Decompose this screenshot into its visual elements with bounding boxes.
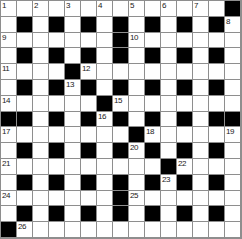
cell-r9c2[interactable]	[17, 127, 33, 143]
block-cell-r10c10	[145, 143, 161, 159]
cell-r1c6[interactable]	[81, 1, 97, 17]
clue-number-5: 5	[130, 1, 134, 10]
cell-r7c3[interactable]	[33, 96, 49, 112]
cell-r12c13[interactable]	[193, 175, 209, 191]
clue-number-6: 6	[162, 1, 166, 10]
cell-r15c9[interactable]	[129, 222, 145, 238]
cell-r6c9[interactable]	[129, 80, 145, 96]
cell-r9c6[interactable]	[81, 127, 97, 143]
cell-r8c7[interactable]: 16	[97, 112, 113, 128]
block-cell-r10c12	[177, 143, 193, 159]
block-cell-r15c1	[1, 222, 17, 238]
cell-r9c4[interactable]	[49, 127, 65, 143]
cell-r5c1[interactable]: 11	[1, 64, 17, 80]
block-cell-r2c8	[113, 17, 129, 33]
cell-r14c5[interactable]	[65, 206, 81, 222]
block-cell-r4c14	[209, 48, 225, 64]
cell-r11c14[interactable]	[209, 159, 225, 175]
block-cell-r3c8	[113, 33, 129, 49]
block-cell-r12c8	[113, 175, 129, 191]
cell-r3c12[interactable]	[177, 33, 193, 49]
block-cell-r12c10	[145, 175, 161, 191]
cell-r2c1[interactable]	[1, 17, 17, 33]
cell-r13c15[interactable]	[225, 191, 241, 207]
cell-r5c3[interactable]	[33, 64, 49, 80]
cell-r13c13[interactable]	[193, 191, 209, 207]
cell-r2c13[interactable]	[193, 17, 209, 33]
cell-r5c10[interactable]	[145, 64, 161, 80]
cell-r8c11[interactable]	[161, 112, 177, 128]
cell-r9c15[interactable]: 19	[225, 127, 241, 143]
cell-r11c12[interactable]: 22	[177, 159, 193, 175]
cell-r7c9[interactable]	[129, 96, 145, 112]
cell-r10c9[interactable]: 20	[129, 143, 145, 159]
cell-r10c1[interactable]	[1, 143, 17, 159]
cell-r3c15[interactable]	[225, 33, 241, 49]
cell-r5c12[interactable]	[177, 64, 193, 80]
cell-r12c7[interactable]	[97, 175, 113, 191]
cell-r6c1[interactable]	[1, 80, 17, 96]
block-cell-r8c1	[1, 112, 17, 128]
clue-number-13: 13	[66, 80, 74, 89]
cell-r15c6[interactable]	[81, 222, 97, 238]
cell-r1c5[interactable]: 3	[65, 1, 81, 17]
clue-number-1: 1	[2, 1, 6, 10]
cell-r1c13[interactable]: 7	[193, 1, 209, 17]
cell-r5c9[interactable]	[129, 64, 145, 80]
cell-r6c11[interactable]	[161, 80, 177, 96]
clue-number-21: 21	[2, 159, 10, 168]
cell-r1c8[interactable]	[113, 1, 129, 17]
cell-r5c13[interactable]	[193, 64, 209, 80]
cell-r11c1[interactable]: 21	[1, 159, 17, 175]
cell-r11c6[interactable]	[81, 159, 97, 175]
cell-r13c6[interactable]	[81, 191, 97, 207]
cell-r3c6[interactable]	[81, 33, 97, 49]
cell-r1c12[interactable]	[177, 1, 193, 17]
block-cell-r6c2	[17, 80, 33, 96]
cell-r6c5[interactable]: 13	[65, 80, 81, 96]
cell-r13c14[interactable]	[209, 191, 225, 207]
cell-r13c1[interactable]: 24	[1, 191, 17, 207]
block-cell-r6c14	[209, 80, 225, 96]
cell-r15c7[interactable]	[97, 222, 113, 238]
cell-r15c3[interactable]	[33, 222, 49, 238]
cell-r4c9[interactable]	[129, 48, 145, 64]
cell-r11c4[interactable]	[49, 159, 65, 175]
cell-r13c4[interactable]	[49, 191, 65, 207]
cell-r8c3[interactable]	[33, 112, 49, 128]
cell-r13c3[interactable]	[33, 191, 49, 207]
cell-r5c6[interactable]: 12	[81, 64, 97, 80]
block-cell-r4c6	[81, 48, 97, 64]
cell-r15c11[interactable]	[161, 222, 177, 238]
cell-r3c1[interactable]: 9	[1, 33, 17, 49]
block-cell-r6c12	[177, 80, 193, 96]
cell-r11c5[interactable]	[65, 159, 81, 175]
cell-r10c13[interactable]	[193, 143, 209, 159]
cell-r9c12[interactable]	[177, 127, 193, 143]
block-cell-r11c11	[161, 159, 177, 175]
cell-r14c1[interactable]	[1, 206, 17, 222]
cell-r5c7[interactable]	[97, 64, 113, 80]
clue-number-11: 11	[2, 64, 9, 73]
clue-number-19: 19	[226, 127, 234, 136]
cell-r7c5[interactable]	[65, 96, 81, 112]
clue-number-17: 17	[2, 127, 10, 136]
cell-r3c3[interactable]	[33, 33, 49, 49]
cell-r7c14[interactable]	[209, 96, 225, 112]
block-cell-r4c2	[17, 48, 33, 64]
block-cell-r14c10	[145, 206, 161, 222]
cell-r2c7[interactable]	[97, 17, 113, 33]
clue-number-2: 2	[34, 1, 38, 10]
block-cell-r2c12	[177, 17, 193, 33]
cell-r3c14[interactable]	[209, 33, 225, 49]
block-cell-r8c4	[49, 112, 65, 128]
cell-r3c7[interactable]	[97, 33, 113, 49]
cell-r15c2[interactable]: 26	[17, 222, 33, 238]
cell-r6c13[interactable]	[193, 80, 209, 96]
cell-r10c3[interactable]	[33, 143, 49, 159]
cell-r13c10[interactable]	[145, 191, 161, 207]
block-cell-r10c2	[17, 143, 33, 159]
block-cell-r6c4	[49, 80, 65, 96]
cell-r12c5[interactable]	[65, 175, 81, 191]
cell-r15c5[interactable]	[65, 222, 81, 238]
clue-number-26: 26	[18, 222, 26, 231]
cell-r2c3[interactable]	[33, 17, 49, 33]
cell-r9c1[interactable]: 17	[1, 127, 17, 143]
block-cell-r10c6	[81, 143, 97, 159]
block-cell-r14c12	[177, 206, 193, 222]
cell-r15c8[interactable]	[113, 222, 129, 238]
cell-r11c3[interactable]	[33, 159, 49, 175]
cell-r7c15[interactable]	[225, 96, 241, 112]
cell-r6c15[interactable]	[225, 80, 241, 96]
cell-r9c7[interactable]	[97, 127, 113, 143]
cell-r15c12[interactable]	[177, 222, 193, 238]
cell-r13c2[interactable]	[17, 191, 33, 207]
block-cell-r7c7	[97, 96, 113, 112]
cell-r3c5[interactable]	[65, 33, 81, 49]
cell-r14c11[interactable]	[161, 206, 177, 222]
cell-r1c2[interactable]	[17, 1, 33, 17]
cell-r11c7[interactable]	[97, 159, 113, 175]
cell-r14c13[interactable]	[193, 206, 209, 222]
block-cell-r8c8	[113, 112, 129, 128]
cell-r1c4[interactable]	[49, 1, 65, 17]
block-cell-r14c2	[17, 206, 33, 222]
block-cell-r8c2	[17, 112, 33, 128]
cell-r5c11[interactable]	[161, 64, 177, 80]
cell-r5c15[interactable]	[225, 64, 241, 80]
clue-number-9: 9	[2, 33, 6, 42]
cell-r11c8[interactable]	[113, 159, 129, 175]
block-cell-r12c6	[81, 175, 97, 191]
cell-r5c14[interactable]	[209, 64, 225, 80]
clue-number-23: 23	[162, 175, 170, 184]
cell-r1c14[interactable]	[209, 1, 225, 17]
cell-r3c9[interactable]: 10	[129, 33, 145, 49]
cell-r9c5[interactable]	[65, 127, 81, 143]
cell-r9c3[interactable]	[33, 127, 49, 143]
block-cell-r5c5	[65, 64, 81, 80]
cell-r12c9[interactable]	[129, 175, 145, 191]
cell-r4c1[interactable]	[1, 48, 17, 64]
cell-r8c13[interactable]	[193, 112, 209, 128]
clue-number-14: 14	[2, 96, 10, 105]
clue-number-16: 16	[98, 112, 106, 121]
block-cell-r6c10	[145, 80, 161, 96]
cell-r9c11[interactable]	[161, 127, 177, 143]
crossword-grid: 1234567891011121314151617181920212223242…	[0, 0, 242, 239]
clue-number-4: 4	[98, 1, 102, 10]
cell-r9c13[interactable]	[193, 127, 209, 143]
cell-r11c13[interactable]	[193, 159, 209, 175]
cell-r14c15[interactable]	[225, 206, 241, 222]
clue-number-22: 22	[178, 159, 186, 168]
cell-r13c7[interactable]	[97, 191, 113, 207]
clue-number-12: 12	[82, 64, 90, 73]
cell-r11c10[interactable]	[145, 159, 161, 175]
cell-r10c5[interactable]	[65, 143, 81, 159]
clue-number-10: 10	[130, 33, 138, 42]
cell-r7c13[interactable]	[193, 96, 209, 112]
cell-r1c10[interactable]	[145, 1, 161, 17]
cell-r13c11[interactable]	[161, 191, 177, 207]
block-cell-r8c6	[81, 112, 97, 128]
cell-r4c7[interactable]	[97, 48, 113, 64]
cell-r7c6[interactable]	[81, 96, 97, 112]
block-cell-r10c8	[113, 143, 129, 159]
cell-r10c11[interactable]	[161, 143, 177, 159]
block-cell-r10c14	[209, 143, 225, 159]
cell-r12c11[interactable]: 23	[161, 175, 177, 191]
cell-r7c4[interactable]	[49, 96, 65, 112]
block-cell-r12c4	[49, 175, 65, 191]
cell-r14c3[interactable]	[33, 206, 49, 222]
clue-number-15: 15	[114, 96, 122, 105]
block-cell-r14c8	[113, 206, 129, 222]
clue-number-3: 3	[66, 1, 70, 10]
cell-r3c13[interactable]	[193, 33, 209, 49]
cell-r7c10[interactable]	[145, 96, 161, 112]
cell-r3c11[interactable]	[161, 33, 177, 49]
block-cell-r2c6	[81, 17, 97, 33]
clue-number-25: 25	[130, 191, 138, 200]
block-cell-r8c15	[225, 112, 241, 128]
cell-r3c2[interactable]	[17, 33, 33, 49]
cell-r15c14[interactable]	[209, 222, 225, 238]
cell-r15c4[interactable]	[49, 222, 65, 238]
cell-r11c9[interactable]	[129, 159, 145, 175]
cell-r15c13[interactable]	[193, 222, 209, 238]
cell-r12c1[interactable]	[1, 175, 17, 191]
block-cell-r9c9	[129, 127, 145, 143]
cell-r6c3[interactable]	[33, 80, 49, 96]
cell-r14c9[interactable]	[129, 206, 145, 222]
cell-r11c15[interactable]	[225, 159, 241, 175]
cell-r3c4[interactable]	[49, 33, 65, 49]
cell-r1c11[interactable]: 6	[161, 1, 177, 17]
block-cell-r2c14	[209, 17, 225, 33]
clue-number-20: 20	[130, 143, 138, 152]
cell-r4c15[interactable]	[225, 48, 241, 64]
cell-r7c11[interactable]	[161, 96, 177, 112]
block-cell-r6c8	[113, 80, 129, 96]
block-cell-r6c6	[81, 80, 97, 96]
cell-r7c12[interactable]	[177, 96, 193, 112]
cell-r7c2[interactable]	[17, 96, 33, 112]
cell-r8c5[interactable]	[65, 112, 81, 128]
cell-r2c5[interactable]	[65, 17, 81, 33]
block-cell-r2c2	[17, 17, 33, 33]
cell-r2c9[interactable]	[129, 17, 145, 33]
cell-r15c10[interactable]	[145, 222, 161, 238]
block-cell-r1c15	[225, 1, 241, 17]
block-cell-r4c8	[113, 48, 129, 64]
clue-number-8: 8	[226, 17, 230, 26]
cell-r1c9[interactable]: 5	[129, 1, 145, 17]
block-cell-r12c12	[177, 175, 193, 191]
cell-r4c5[interactable]	[65, 48, 81, 64]
block-cell-r8c12	[177, 112, 193, 128]
block-cell-r13c8	[113, 191, 129, 207]
clue-number-7: 7	[194, 1, 198, 10]
cell-r10c7[interactable]	[97, 143, 113, 159]
cell-r5c2[interactable]	[17, 64, 33, 80]
cell-r10c15[interactable]	[225, 143, 241, 159]
cell-r4c13[interactable]	[193, 48, 209, 64]
cell-r3c10[interactable]	[145, 33, 161, 49]
cell-r12c15[interactable]	[225, 175, 241, 191]
block-cell-r2c10	[145, 17, 161, 33]
block-cell-r10c4	[49, 143, 65, 159]
cell-r11c2[interactable]	[17, 159, 33, 175]
cell-r13c9[interactable]: 25	[129, 191, 145, 207]
cell-r9c8[interactable]	[113, 127, 129, 143]
cell-r5c8[interactable]	[113, 64, 129, 80]
block-cell-r8c10	[145, 112, 161, 128]
crossword-puzzle: 1234567891011121314151617181920212223242…	[0, 0, 242, 239]
cell-r15c15[interactable]	[225, 222, 241, 238]
block-cell-r2c4	[49, 17, 65, 33]
cell-r13c5[interactable]	[65, 191, 81, 207]
block-cell-r8c14	[209, 112, 225, 128]
cell-r6c7[interactable]	[97, 80, 113, 96]
cell-r9c10[interactable]: 18	[145, 127, 161, 143]
cell-r5c4[interactable]	[49, 64, 65, 80]
block-cell-r4c10	[145, 48, 161, 64]
cell-r9c14[interactable]	[209, 127, 225, 143]
cell-r1c3[interactable]: 2	[33, 1, 49, 17]
block-cell-r4c4	[49, 48, 65, 64]
cell-r1c1[interactable]: 1	[1, 1, 17, 17]
cell-r14c7[interactable]	[97, 206, 113, 222]
cell-r8c9[interactable]	[129, 112, 145, 128]
cell-r7c8[interactable]: 15	[113, 96, 129, 112]
cell-r12c3[interactable]	[33, 175, 49, 191]
block-cell-r14c14	[209, 206, 225, 222]
cell-r4c11[interactable]	[161, 48, 177, 64]
cell-r4c3[interactable]	[33, 48, 49, 64]
block-cell-r14c6	[81, 206, 97, 222]
cell-r2c11[interactable]	[161, 17, 177, 33]
cell-r2c15[interactable]: 8	[225, 17, 241, 33]
cell-r7c1[interactable]: 14	[1, 96, 17, 112]
cell-r1c7[interactable]: 4	[97, 1, 113, 17]
clue-number-18: 18	[146, 127, 154, 136]
block-cell-r12c14	[209, 175, 225, 191]
block-cell-r12c2	[17, 175, 33, 191]
block-cell-r4c12	[177, 48, 193, 64]
clue-number-24: 24	[2, 191, 10, 200]
block-cell-r14c4	[49, 206, 65, 222]
cell-r13c12[interactable]	[177, 191, 193, 207]
